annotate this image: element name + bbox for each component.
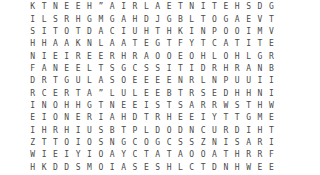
grid-cell-r11c19[interactable]: D <box>232 125 243 137</box>
grid-cell-r7c17[interactable]: N <box>209 75 220 87</box>
grid-cell-r4c7[interactable]: L <box>95 38 106 50</box>
grid-cell-r14c10[interactable]: S <box>129 162 140 174</box>
grid-cell-r3c11[interactable]: H <box>141 26 152 38</box>
grid-cell-r13c15[interactable]: O <box>186 149 197 161</box>
grid-cell-r1c18[interactable]: E <box>220 1 231 13</box>
grid-cell-r7c22[interactable]: I <box>266 75 277 87</box>
grid-cell-r5c12[interactable]: O <box>152 50 163 62</box>
grid-cell-r8c4[interactable]: R <box>61 87 72 99</box>
grid-cell-r14c14[interactable]: L <box>175 162 186 174</box>
grid-cell-r2c4[interactable]: R <box>61 13 72 25</box>
grid-cell-r5c18[interactable]: O <box>220 50 231 62</box>
grid-cell-r6c14[interactable]: T <box>175 63 186 75</box>
grid-cell-r13c11[interactable]: T <box>141 149 152 161</box>
grid-cell-r3c14[interactable]: K <box>175 26 186 38</box>
grid-cell-r6c2[interactable]: A <box>38 63 49 75</box>
grid-cell-r12c9[interactable]: G <box>118 137 129 149</box>
grid-cell-r1c21[interactable]: D <box>254 1 265 13</box>
grid-cell-r8c22[interactable]: I <box>266 87 277 99</box>
grid-cell-r9c19[interactable]: S <box>232 100 243 112</box>
grid-cell-r12c21[interactable]: R <box>254 137 265 149</box>
grid-cell-r1c1[interactable]: K <box>27 1 38 13</box>
grid-cell-r2c19[interactable]: A <box>232 13 243 25</box>
grid-cell-r6c17[interactable]: R <box>209 63 220 75</box>
grid-cell-r12c17[interactable]: N <box>209 137 220 149</box>
grid-cell-r7c3[interactable]: T <box>50 75 61 87</box>
grid-cell-r12c5[interactable]: I <box>72 137 83 149</box>
grid-cell-r9c3[interactable]: O <box>50 100 61 112</box>
grid-cell-r5c14[interactable]: E <box>175 50 186 62</box>
grid-cell-r4c13[interactable]: T <box>163 38 174 50</box>
grid-cell-r12c22[interactable]: I <box>266 137 277 149</box>
grid-cell-r7c20[interactable]: U <box>243 75 254 87</box>
grid-cell-r12c2[interactable]: T <box>38 137 49 149</box>
grid-cell-r2c14[interactable]: B <box>175 13 186 25</box>
grid-cell-r8c12[interactable]: E <box>152 87 163 99</box>
grid-cell-r13c16[interactable]: O <box>197 149 208 161</box>
grid-cell-r3c3[interactable]: T <box>50 26 61 38</box>
grid-cell-r1c20[interactable]: S <box>243 1 254 13</box>
grid-cell-r8c11[interactable]: E <box>141 87 152 99</box>
grid-cell-r10c20[interactable]: G <box>243 112 254 124</box>
grid-cell-r4c22[interactable]: E <box>266 38 277 50</box>
grid-cell-r10c16[interactable]: I <box>197 112 208 124</box>
grid-cell-r5c20[interactable]: L <box>243 50 254 62</box>
grid-cell-r2c20[interactable]: E <box>243 13 254 25</box>
grid-cell-r3c20[interactable]: I <box>243 26 254 38</box>
grid-cell-r8c16[interactable]: S <box>197 87 208 99</box>
grid-cell-r2c21[interactable]: V <box>254 13 265 25</box>
grid-cell-r14c2[interactable]: K <box>38 162 49 174</box>
grid-cell-r6c19[interactable]: R <box>232 63 243 75</box>
grid-cell-r13c9[interactable]: Y <box>118 149 129 161</box>
grid-cell-r10c8[interactable]: A <box>107 112 118 124</box>
grid-cell-r10c17[interactable]: Y <box>209 112 220 124</box>
grid-cell-r11c20[interactable]: I <box>243 125 254 137</box>
grid-cell-r11c21[interactable]: H <box>254 125 265 137</box>
grid-cell-r2c2[interactable]: L <box>38 13 49 25</box>
grid-cell-r10c18[interactable]: T <box>220 112 231 124</box>
grid-cell-r4c17[interactable]: C <box>209 38 220 50</box>
grid-cell-r4c2[interactable]: H <box>38 38 49 50</box>
grid-cell-r4c20[interactable]: I <box>243 38 254 50</box>
grid-cell-r6c18[interactable]: H <box>220 63 231 75</box>
grid-cell-r14c5[interactable]: S <box>72 162 83 174</box>
grid-cell-r4c10[interactable]: T <box>129 38 140 50</box>
grid-cell-r2c5[interactable]: H <box>72 13 83 25</box>
grid-cell-r1c17[interactable]: T <box>209 1 220 13</box>
grid-cell-r12c11[interactable]: O <box>141 137 152 149</box>
grid-cell-r11c18[interactable]: R <box>220 125 231 137</box>
grid-cell-r13c19[interactable]: H <box>232 149 243 161</box>
grid-cell-r5c3[interactable]: E <box>50 50 61 62</box>
grid-cell-r13c3[interactable]: E <box>50 149 61 161</box>
grid-cell-r8c18[interactable]: D <box>220 87 231 99</box>
grid-cell-r6c7[interactable]: T <box>95 63 106 75</box>
grid-cell-r10c19[interactable]: T <box>232 112 243 124</box>
grid-cell-r9c12[interactable]: S <box>152 100 163 112</box>
grid-cell-r8c7[interactable]: ” <box>95 87 106 99</box>
grid-cell-r1c4[interactable]: E <box>61 1 72 13</box>
grid-cell-r4c4[interactable]: A <box>61 38 72 50</box>
grid-cell-r12c3[interactable]: T <box>50 137 61 149</box>
grid-cell-r3c8[interactable]: C <box>107 26 118 38</box>
grid-cell-r6c12[interactable]: S <box>152 63 163 75</box>
grid-cell-r12c18[interactable]: I <box>220 137 231 149</box>
grid-cell-r1c15[interactable]: N <box>186 1 197 13</box>
grid-cell-r2c22[interactable]: T <box>266 13 277 25</box>
grid-cell-r3c17[interactable]: P <box>209 26 220 38</box>
grid-cell-r1c14[interactable]: T <box>175 1 186 13</box>
grid-cell-r14c17[interactable]: D <box>209 162 220 174</box>
grid-cell-r6c21[interactable]: N <box>254 63 265 75</box>
grid-cell-r7c13[interactable]: E <box>163 75 174 87</box>
grid-cell-r12c13[interactable]: C <box>163 137 174 149</box>
grid-cell-r2c16[interactable]: T <box>197 13 208 25</box>
grid-cell-r2c15[interactable]: L <box>186 13 197 25</box>
grid-cell-r6c10[interactable]: C <box>129 63 140 75</box>
grid-cell-r7c18[interactable]: P <box>220 75 231 87</box>
grid-cell-r10c7[interactable]: I <box>95 112 106 124</box>
grid-cell-r14c8[interactable]: I <box>107 162 118 174</box>
grid-cell-r11c15[interactable]: N <box>186 125 197 137</box>
grid-cell-r9c22[interactable]: W <box>266 100 277 112</box>
grid-cell-r1c8[interactable]: A <box>107 1 118 13</box>
grid-cell-r1c9[interactable]: I <box>118 1 129 13</box>
grid-cell-r5c9[interactable]: H <box>118 50 129 62</box>
grid-cell-r10c12[interactable]: R <box>152 112 163 124</box>
grid-cell-r11c11[interactable]: L <box>141 125 152 137</box>
grid-cell-r7c6[interactable]: L <box>84 75 95 87</box>
grid-cell-r11c12[interactable]: D <box>152 125 163 137</box>
grid-cell-r7c16[interactable]: L <box>197 75 208 87</box>
grid-cell-r7c14[interactable]: N <box>175 75 186 87</box>
grid-cell-r7c8[interactable]: S <box>107 75 118 87</box>
grid-cell-r9c15[interactable]: A <box>186 100 197 112</box>
grid-cell-r1c2[interactable]: T <box>38 1 49 13</box>
grid-cell-r14c20[interactable]: W <box>243 162 254 174</box>
grid-cell-r9c18[interactable]: W <box>220 100 231 112</box>
grid-cell-r12c8[interactable]: N <box>107 137 118 149</box>
grid-cell-r10c6[interactable]: R <box>84 112 95 124</box>
grid-cell-r12c14[interactable]: S <box>175 137 186 149</box>
grid-cell-r13c6[interactable]: I <box>84 149 95 161</box>
grid-cell-r5c16[interactable]: H <box>197 50 208 62</box>
grid-cell-r6c4[interactable]: E <box>61 63 72 75</box>
grid-cell-r13c14[interactable]: A <box>175 149 186 161</box>
grid-cell-r4c9[interactable]: A <box>118 38 129 50</box>
grid-cell-r3c5[interactable]: T <box>72 26 83 38</box>
grid-cell-r3c21[interactable]: M <box>254 26 265 38</box>
grid-cell-r7c15[interactable]: R <box>186 75 197 87</box>
grid-cell-r8c6[interactable]: A <box>84 87 95 99</box>
grid-cell-r10c5[interactable]: E <box>72 112 83 124</box>
grid-cell-r9c4[interactable]: H <box>61 100 72 112</box>
grid-cell-r11c3[interactable]: R <box>50 125 61 137</box>
grid-cell-r14c11[interactable]: E <box>141 162 152 174</box>
grid-cell-r6c16[interactable]: D <box>197 63 208 75</box>
grid-cell-r14c3[interactable]: D <box>50 162 61 174</box>
grid-cell-r12c19[interactable]: S <box>232 137 243 149</box>
grid-cell-r5c19[interactable]: H <box>232 50 243 62</box>
grid-cell-r10c2[interactable]: I <box>38 112 49 124</box>
grid-cell-r7c2[interactable]: R <box>38 75 49 87</box>
grid-cell-r6c11[interactable]: S <box>141 63 152 75</box>
grid-cell-r11c16[interactable]: C <box>197 125 208 137</box>
grid-cell-r3c13[interactable]: H <box>163 26 174 38</box>
grid-cell-r4c3[interactable]: A <box>50 38 61 50</box>
grid-cell-r8c5[interactable]: T <box>72 87 83 99</box>
grid-cell-r8c19[interactable]: H <box>232 87 243 99</box>
grid-cell-r7c9[interactable]: O <box>118 75 129 87</box>
grid-cell-r14c15[interactable]: C <box>186 162 197 174</box>
grid-cell-r12c1[interactable]: Z <box>27 137 38 149</box>
grid-cell-r13c17[interactable]: A <box>209 149 220 161</box>
grid-cell-r5c11[interactable]: A <box>141 50 152 62</box>
grid-cell-r9c21[interactable]: H <box>254 100 265 112</box>
grid-cell-r8c2[interactable]: C <box>38 87 49 99</box>
grid-cell-r9c8[interactable]: N <box>107 100 118 112</box>
grid-cell-r3c12[interactable]: T <box>152 26 163 38</box>
grid-cell-r6c5[interactable]: E <box>72 63 83 75</box>
grid-cell-r2c18[interactable]: G <box>220 13 231 25</box>
grid-cell-r14c22[interactable]: E <box>266 162 277 174</box>
grid-cell-r1c7[interactable]: ” <box>95 1 106 13</box>
grid-cell-r11c4[interactable]: H <box>61 125 72 137</box>
grid-cell-r4c14[interactable]: F <box>175 38 186 50</box>
grid-cell-r1c5[interactable]: E <box>72 1 83 13</box>
grid-cell-r7c5[interactable]: U <box>72 75 83 87</box>
grid-cell-r4c15[interactable]: Y <box>186 38 197 50</box>
grid-cell-r9c16[interactable]: R <box>197 100 208 112</box>
grid-cell-r3c6[interactable]: D <box>84 26 95 38</box>
grid-cell-r7c12[interactable]: E <box>152 75 163 87</box>
grid-cell-r9c11[interactable]: I <box>141 100 152 112</box>
grid-cell-r8c9[interactable]: U <box>118 87 129 99</box>
grid-cell-r14c6[interactable]: M <box>84 162 95 174</box>
grid-cell-r12c6[interactable]: O <box>84 137 95 149</box>
grid-cell-r2c8[interactable]: G <box>107 13 118 25</box>
grid-cell-r8c3[interactable]: E <box>50 87 61 99</box>
grid-cell-r5c21[interactable]: G <box>254 50 265 62</box>
grid-cell-r6c9[interactable]: G <box>118 63 129 75</box>
grid-cell-r13c1[interactable]: W <box>27 149 38 161</box>
grid-cell-r1c11[interactable]: L <box>141 1 152 13</box>
grid-cell-r8c13[interactable]: B <box>163 87 174 99</box>
grid-cell-r2c13[interactable]: G <box>163 13 174 25</box>
grid-cell-r7c11[interactable]: E <box>141 75 152 87</box>
grid-cell-r9c9[interactable]: E <box>118 100 129 112</box>
grid-cell-r9c17[interactable]: R <box>209 100 220 112</box>
grid-cell-r10c22[interactable]: E <box>266 112 277 124</box>
grid-cell-r4c1[interactable]: H <box>27 38 38 50</box>
grid-cell-r13c22[interactable]: F <box>266 149 277 161</box>
grid-cell-r12c7[interactable]: S <box>95 137 106 149</box>
grid-cell-r13c8[interactable]: A <box>107 149 118 161</box>
grid-cell-r12c4[interactable]: O <box>61 137 72 149</box>
grid-cell-r8c10[interactable]: L <box>129 87 140 99</box>
grid-cell-r7c4[interactable]: G <box>61 75 72 87</box>
grid-cell-r6c3[interactable]: N <box>50 63 61 75</box>
grid-cell-r5c15[interactable]: O <box>186 50 197 62</box>
grid-cell-r12c12[interactable]: G <box>152 137 163 149</box>
grid-cell-r7c21[interactable]: I <box>254 75 265 87</box>
grid-cell-r5c1[interactable]: N <box>27 50 38 62</box>
grid-cell-r4c12[interactable]: G <box>152 38 163 50</box>
grid-cell-r14c13[interactable]: H <box>163 162 174 174</box>
grid-cell-r1c22[interactable]: G <box>266 1 277 13</box>
grid-cell-r4c6[interactable]: N <box>84 38 95 50</box>
grid-cell-r7c1[interactable]: D <box>27 75 38 87</box>
grid-cell-r3c7[interactable]: A <box>95 26 106 38</box>
grid-cell-r12c16[interactable]: Z <box>197 137 208 149</box>
grid-cell-r12c15[interactable]: S <box>186 137 197 149</box>
grid-cell-r6c6[interactable]: L <box>84 63 95 75</box>
grid-cell-r1c3[interactable]: N <box>50 1 61 13</box>
grid-cell-r3c2[interactable]: I <box>38 26 49 38</box>
grid-cell-r9c2[interactable]: N <box>38 100 49 112</box>
grid-cell-r11c17[interactable]: U <box>209 125 220 137</box>
grid-cell-r1c6[interactable]: H <box>84 1 95 13</box>
grid-cell-r10c9[interactable]: H <box>118 112 129 124</box>
grid-cell-r1c19[interactable]: H <box>232 1 243 13</box>
grid-cell-r3c15[interactable]: I <box>186 26 197 38</box>
grid-cell-r7c10[interactable]: E <box>129 75 140 87</box>
grid-cell-r2c1[interactable]: I <box>27 13 38 25</box>
grid-cell-r5c5[interactable]: R <box>72 50 83 62</box>
grid-cell-r8c8[interactable]: L <box>107 87 118 99</box>
grid-cell-r10c11[interactable]: T <box>141 112 152 124</box>
grid-cell-r10c14[interactable]: E <box>175 112 186 124</box>
grid-cell-r5c7[interactable]: E <box>95 50 106 62</box>
grid-cell-r13c12[interactable]: A <box>152 149 163 161</box>
grid-cell-r10c1[interactable]: E <box>27 112 38 124</box>
grid-cell-r2c3[interactable]: S <box>50 13 61 25</box>
grid-cell-r8c21[interactable]: N <box>254 87 265 99</box>
grid-cell-r13c13[interactable]: T <box>163 149 174 161</box>
grid-cell-r10c4[interactable]: N <box>61 112 72 124</box>
grid-cell-r8c14[interactable]: T <box>175 87 186 99</box>
grid-cell-r3c9[interactable]: I <box>118 26 129 38</box>
grid-cell-r8c15[interactable]: R <box>186 87 197 99</box>
grid-cell-r10c10[interactable]: D <box>129 112 140 124</box>
grid-cell-r2c17[interactable]: O <box>209 13 220 25</box>
grid-cell-r9c7[interactable]: T <box>95 100 106 112</box>
grid-cell-r6c20[interactable]: A <box>243 63 254 75</box>
grid-cell-r7c7[interactable]: A <box>95 75 106 87</box>
grid-cell-r9c5[interactable]: H <box>72 100 83 112</box>
grid-cell-r13c4[interactable]: I <box>61 149 72 161</box>
grid-cell-r9c1[interactable]: I <box>27 100 38 112</box>
grid-cell-r11c10[interactable]: P <box>129 125 140 137</box>
grid-cell-r8c1[interactable]: R <box>27 87 38 99</box>
grid-cell-r11c5[interactable]: I <box>72 125 83 137</box>
grid-cell-r3c22[interactable]: V <box>266 26 277 38</box>
grid-cell-r12c20[interactable]: A <box>243 137 254 149</box>
grid-cell-r2c11[interactable]: D <box>141 13 152 25</box>
grid-cell-r13c21[interactable]: R <box>254 149 265 161</box>
grid-cell-r14c4[interactable]: D <box>61 162 72 174</box>
grid-cell-r5c4[interactable]: I <box>61 50 72 62</box>
grid-cell-r4c5[interactable]: K <box>72 38 83 50</box>
grid-cell-r4c8[interactable]: A <box>107 38 118 50</box>
grid-cell-r3c1[interactable]: S <box>27 26 38 38</box>
grid-cell-r14c7[interactable]: O <box>95 162 106 174</box>
grid-cell-r3c18[interactable]: O <box>220 26 231 38</box>
grid-cell-r4c19[interactable]: T <box>232 38 243 50</box>
grid-cell-r10c15[interactable]: E <box>186 112 197 124</box>
grid-cell-r6c22[interactable]: B <box>266 63 277 75</box>
grid-cell-r14c21[interactable]: E <box>254 162 265 174</box>
grid-cell-r14c9[interactable]: A <box>118 162 129 174</box>
grid-cell-r10c21[interactable]: M <box>254 112 265 124</box>
grid-cell-r10c13[interactable]: H <box>163 112 174 124</box>
grid-cell-r11c6[interactable]: U <box>84 125 95 137</box>
grid-cell-r11c2[interactable]: H <box>38 125 49 137</box>
grid-cell-r5c13[interactable]: O <box>163 50 174 62</box>
grid-cell-r14c12[interactable]: S <box>152 162 163 174</box>
grid-cell-r11c22[interactable]: T <box>266 125 277 137</box>
grid-cell-r8c17[interactable]: E <box>209 87 220 99</box>
grid-cell-r3c16[interactable]: N <box>197 26 208 38</box>
grid-cell-r6c13[interactable]: I <box>163 63 174 75</box>
grid-cell-r13c5[interactable]: Y <box>72 149 83 161</box>
grid-cell-r9c6[interactable]: G <box>84 100 95 112</box>
grid-cell-r2c12[interactable]: J <box>152 13 163 25</box>
grid-cell-r1c13[interactable]: E <box>163 1 174 13</box>
grid-cell-r14c19[interactable]: H <box>232 162 243 174</box>
grid-cell-r7c19[interactable]: U <box>232 75 243 87</box>
grid-cell-r8c20[interactable]: H <box>243 87 254 99</box>
grid-cell-r2c9[interactable]: A <box>118 13 129 25</box>
grid-cell-r12c10[interactable]: C <box>129 137 140 149</box>
grid-cell-r11c1[interactable]: I <box>27 125 38 137</box>
grid-cell-r9c10[interactable]: E <box>129 100 140 112</box>
grid-cell-r5c22[interactable]: R <box>266 50 277 62</box>
grid-cell-r4c11[interactable]: E <box>141 38 152 50</box>
grid-cell-r6c1[interactable]: F <box>27 63 38 75</box>
grid-cell-r4c21[interactable]: T <box>254 38 265 50</box>
grid-cell-r6c8[interactable]: S <box>107 63 118 75</box>
grid-cell-r4c18[interactable]: A <box>220 38 231 50</box>
grid-cell-r13c20[interactable]: R <box>243 149 254 161</box>
grid-cell-r11c7[interactable]: S <box>95 125 106 137</box>
grid-cell-r2c10[interactable]: H <box>129 13 140 25</box>
grid-cell-r11c14[interactable]: D <box>175 125 186 137</box>
grid-cell-r1c12[interactable]: A <box>152 1 163 13</box>
grid-cell-r5c6[interactable]: E <box>84 50 95 62</box>
grid-cell-r13c2[interactable]: I <box>38 149 49 161</box>
grid-cell-r13c7[interactable]: O <box>95 149 106 161</box>
grid-cell-r11c8[interactable]: B <box>107 125 118 137</box>
grid-cell-r3c19[interactable]: O <box>232 26 243 38</box>
grid-cell-r3c4[interactable]: O <box>61 26 72 38</box>
grid-cell-r5c10[interactable]: R <box>129 50 140 62</box>
grid-cell-r13c10[interactable]: C <box>129 149 140 161</box>
grid-cell-r9c13[interactable]: T <box>163 100 174 112</box>
grid-cell-r11c9[interactable]: T <box>118 125 129 137</box>
grid-cell-r11c13[interactable]: O <box>163 125 174 137</box>
grid-cell-r14c18[interactable]: N <box>220 162 231 174</box>
grid-cell-r9c14[interactable]: S <box>175 100 186 112</box>
grid-cell-r1c16[interactable]: I <box>197 1 208 13</box>
grid-cell-r2c7[interactable]: M <box>95 13 106 25</box>
grid-cell-r5c8[interactable]: R <box>107 50 118 62</box>
grid-cell-r6c15[interactable]: I <box>186 63 197 75</box>
grid-cell-r1c10[interactable]: R <box>129 1 140 13</box>
grid-cell-r3c10[interactable]: U <box>129 26 140 38</box>
grid-cell-r14c16[interactable]: T <box>197 162 208 174</box>
